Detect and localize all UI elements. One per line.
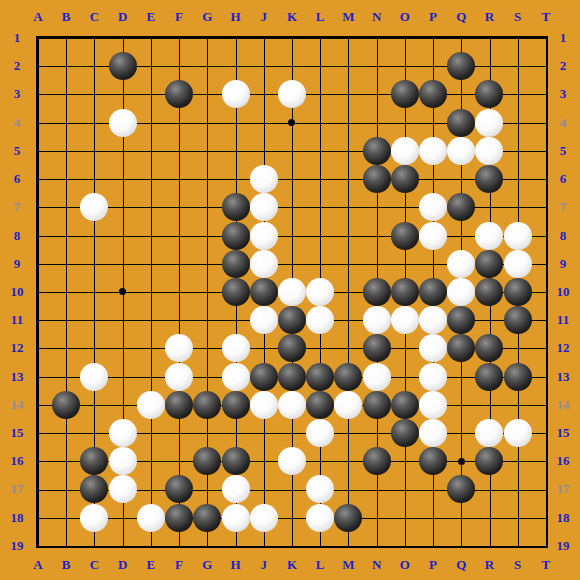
intersection-l18[interactable]: [306, 504, 334, 532]
intersection-j7[interactable]: [250, 193, 278, 221]
intersection-b1[interactable]: [52, 24, 80, 52]
intersection-j14[interactable]: [250, 391, 278, 419]
intersection-l8[interactable]: [306, 221, 334, 249]
intersection-k3[interactable]: [278, 80, 306, 108]
intersection-h18[interactable]: [221, 504, 249, 532]
intersection-g7[interactable]: [193, 193, 221, 221]
intersection-o12[interactable]: [391, 334, 419, 362]
intersection-r7[interactable]: [475, 193, 503, 221]
intersection-m9[interactable]: [334, 250, 362, 278]
intersection-d14[interactable]: [109, 391, 137, 419]
intersection-f14[interactable]: [165, 391, 193, 419]
intersection-o5[interactable]: [391, 137, 419, 165]
intersection-m14[interactable]: [334, 391, 362, 419]
intersection-d2[interactable]: [109, 52, 137, 80]
intersection-e15[interactable]: [137, 419, 165, 447]
intersection-q18[interactable]: [447, 504, 475, 532]
intersection-t1[interactable]: [532, 24, 560, 52]
intersection-e8[interactable]: [137, 221, 165, 249]
intersection-h11[interactable]: [221, 306, 249, 334]
intersection-r13[interactable]: [475, 363, 503, 391]
intersection-f13[interactable]: [165, 363, 193, 391]
intersection-t9[interactable]: [532, 250, 560, 278]
intersection-c11[interactable]: [80, 306, 108, 334]
intersection-d3[interactable]: [109, 80, 137, 108]
intersection-j5[interactable]: [250, 137, 278, 165]
intersection-t17[interactable]: [532, 475, 560, 503]
intersection-q19[interactable]: [447, 532, 475, 560]
intersection-f19[interactable]: [165, 532, 193, 560]
intersection-q15[interactable]: [447, 419, 475, 447]
intersection-m15[interactable]: [334, 419, 362, 447]
intersection-k18[interactable]: [278, 504, 306, 532]
intersection-c3[interactable]: [80, 80, 108, 108]
intersection-h1[interactable]: [221, 24, 249, 52]
intersection-n6[interactable]: [363, 165, 391, 193]
intersection-n16[interactable]: [363, 447, 391, 475]
intersection-t6[interactable]: [532, 165, 560, 193]
intersection-s15[interactable]: [504, 419, 532, 447]
intersection-q14[interactable]: [447, 391, 475, 419]
intersection-t14[interactable]: [532, 391, 560, 419]
intersection-g9[interactable]: [193, 250, 221, 278]
intersection-e1[interactable]: [137, 24, 165, 52]
intersection-q9[interactable]: [447, 250, 475, 278]
intersection-g17[interactable]: [193, 475, 221, 503]
intersection-h10[interactable]: [221, 278, 249, 306]
intersection-l3[interactable]: [306, 80, 334, 108]
intersection-a4[interactable]: [24, 109, 52, 137]
intersection-n15[interactable]: [363, 419, 391, 447]
intersection-r17[interactable]: [475, 475, 503, 503]
intersection-s6[interactable]: [504, 165, 532, 193]
intersection-g16[interactable]: [193, 447, 221, 475]
intersection-k11[interactable]: [278, 306, 306, 334]
intersection-j19[interactable]: [250, 532, 278, 560]
intersection-d18[interactable]: [109, 504, 137, 532]
intersection-c10[interactable]: [80, 278, 108, 306]
intersection-a1[interactable]: [24, 24, 52, 52]
intersection-l1[interactable]: [306, 24, 334, 52]
intersection-d16[interactable]: [109, 447, 137, 475]
intersection-e10[interactable]: [137, 278, 165, 306]
intersection-b4[interactable]: [52, 109, 80, 137]
intersection-n7[interactable]: [363, 193, 391, 221]
intersection-t2[interactable]: [532, 52, 560, 80]
intersection-l9[interactable]: [306, 250, 334, 278]
intersection-p13[interactable]: [419, 363, 447, 391]
intersection-k6[interactable]: [278, 165, 306, 193]
intersection-b13[interactable]: [52, 363, 80, 391]
intersection-d10[interactable]: [109, 278, 137, 306]
intersection-f8[interactable]: [165, 221, 193, 249]
intersection-l17[interactable]: [306, 475, 334, 503]
intersection-o11[interactable]: [391, 306, 419, 334]
intersection-p10[interactable]: [419, 278, 447, 306]
intersection-a15[interactable]: [24, 419, 52, 447]
intersection-k17[interactable]: [278, 475, 306, 503]
intersection-o9[interactable]: [391, 250, 419, 278]
intersection-a7[interactable]: [24, 193, 52, 221]
intersection-p5[interactable]: [419, 137, 447, 165]
intersection-j4[interactable]: [250, 109, 278, 137]
intersection-q16[interactable]: [447, 447, 475, 475]
intersection-j16[interactable]: [250, 447, 278, 475]
intersection-k5[interactable]: [278, 137, 306, 165]
intersection-n9[interactable]: [363, 250, 391, 278]
intersection-h14[interactable]: [221, 391, 249, 419]
intersection-s12[interactable]: [504, 334, 532, 362]
intersection-r19[interactable]: [475, 532, 503, 560]
intersection-o16[interactable]: [391, 447, 419, 475]
intersection-a5[interactable]: [24, 137, 52, 165]
intersection-e7[interactable]: [137, 193, 165, 221]
intersection-h13[interactable]: [221, 363, 249, 391]
intersection-q4[interactable]: [447, 109, 475, 137]
intersection-f18[interactable]: [165, 504, 193, 532]
intersection-n5[interactable]: [363, 137, 391, 165]
intersection-q8[interactable]: [447, 221, 475, 249]
intersection-b6[interactable]: [52, 165, 80, 193]
intersection-n4[interactable]: [363, 109, 391, 137]
intersection-n17[interactable]: [363, 475, 391, 503]
intersection-k7[interactable]: [278, 193, 306, 221]
intersection-f12[interactable]: [165, 334, 193, 362]
intersection-d5[interactable]: [109, 137, 137, 165]
intersection-h16[interactable]: [221, 447, 249, 475]
intersection-l16[interactable]: [306, 447, 334, 475]
intersection-c15[interactable]: [80, 419, 108, 447]
intersection-h15[interactable]: [221, 419, 249, 447]
intersection-m6[interactable]: [334, 165, 362, 193]
intersection-o3[interactable]: [391, 80, 419, 108]
intersection-l5[interactable]: [306, 137, 334, 165]
intersection-h8[interactable]: [221, 221, 249, 249]
intersection-n18[interactable]: [363, 504, 391, 532]
intersection-m4[interactable]: [334, 109, 362, 137]
intersection-l14[interactable]: [306, 391, 334, 419]
intersection-m5[interactable]: [334, 137, 362, 165]
intersection-a11[interactable]: [24, 306, 52, 334]
intersection-l7[interactable]: [306, 193, 334, 221]
intersection-b12[interactable]: [52, 334, 80, 362]
intersection-p12[interactable]: [419, 334, 447, 362]
intersection-l6[interactable]: [306, 165, 334, 193]
intersection-p1[interactable]: [419, 24, 447, 52]
intersection-k13[interactable]: [278, 363, 306, 391]
intersection-j17[interactable]: [250, 475, 278, 503]
intersection-s2[interactable]: [504, 52, 532, 80]
intersection-p7[interactable]: [419, 193, 447, 221]
intersection-b5[interactable]: [52, 137, 80, 165]
intersection-p18[interactable]: [419, 504, 447, 532]
intersection-h12[interactable]: [221, 334, 249, 362]
intersection-a14[interactable]: [24, 391, 52, 419]
intersection-p6[interactable]: [419, 165, 447, 193]
intersection-n19[interactable]: [363, 532, 391, 560]
intersection-g2[interactable]: [193, 52, 221, 80]
intersection-o1[interactable]: [391, 24, 419, 52]
intersection-f4[interactable]: [165, 109, 193, 137]
intersection-p17[interactable]: [419, 475, 447, 503]
intersection-e2[interactable]: [137, 52, 165, 80]
intersection-a2[interactable]: [24, 52, 52, 80]
intersection-p3[interactable]: [419, 80, 447, 108]
intersection-d4[interactable]: [109, 109, 137, 137]
intersection-h2[interactable]: [221, 52, 249, 80]
intersection-q5[interactable]: [447, 137, 475, 165]
intersection-s16[interactable]: [504, 447, 532, 475]
go-board[interactable]: ABCDEFGHJKLMNOPQRST ABCDEFGHJKLMNOPQRST …: [0, 0, 580, 580]
intersection-q17[interactable]: [447, 475, 475, 503]
intersection-f1[interactable]: [165, 24, 193, 52]
intersection-t10[interactable]: [532, 278, 560, 306]
intersection-b2[interactable]: [52, 52, 80, 80]
intersection-f16[interactable]: [165, 447, 193, 475]
intersection-g10[interactable]: [193, 278, 221, 306]
intersection-o8[interactable]: [391, 221, 419, 249]
intersection-r6[interactable]: [475, 165, 503, 193]
intersection-g14[interactable]: [193, 391, 221, 419]
intersection-a6[interactable]: [24, 165, 52, 193]
intersection-j11[interactable]: [250, 306, 278, 334]
intersection-r3[interactable]: [475, 80, 503, 108]
intersection-s1[interactable]: [504, 24, 532, 52]
intersection-d12[interactable]: [109, 334, 137, 362]
intersection-o17[interactable]: [391, 475, 419, 503]
intersection-s5[interactable]: [504, 137, 532, 165]
intersection-j6[interactable]: [250, 165, 278, 193]
intersection-d17[interactable]: [109, 475, 137, 503]
intersection-g18[interactable]: [193, 504, 221, 532]
intersection-r9[interactable]: [475, 250, 503, 278]
intersection-p16[interactable]: [419, 447, 447, 475]
intersection-m10[interactable]: [334, 278, 362, 306]
intersection-o13[interactable]: [391, 363, 419, 391]
intersection-t4[interactable]: [532, 109, 560, 137]
intersection-o4[interactable]: [391, 109, 419, 137]
intersection-n10[interactable]: [363, 278, 391, 306]
intersection-h9[interactable]: [221, 250, 249, 278]
intersection-q6[interactable]: [447, 165, 475, 193]
intersection-r11[interactable]: [475, 306, 503, 334]
intersection-c18[interactable]: [80, 504, 108, 532]
intersection-a3[interactable]: [24, 80, 52, 108]
intersection-g6[interactable]: [193, 165, 221, 193]
intersection-p8[interactable]: [419, 221, 447, 249]
intersection-e14[interactable]: [137, 391, 165, 419]
intersection-g15[interactable]: [193, 419, 221, 447]
intersection-r18[interactable]: [475, 504, 503, 532]
intersection-l10[interactable]: [306, 278, 334, 306]
intersection-h4[interactable]: [221, 109, 249, 137]
intersection-c1[interactable]: [80, 24, 108, 52]
intersection-j18[interactable]: [250, 504, 278, 532]
intersection-p19[interactable]: [419, 532, 447, 560]
intersection-c5[interactable]: [80, 137, 108, 165]
intersection-d11[interactable]: [109, 306, 137, 334]
intersection-s14[interactable]: [504, 391, 532, 419]
intersection-h19[interactable]: [221, 532, 249, 560]
intersection-n12[interactable]: [363, 334, 391, 362]
intersection-t11[interactable]: [532, 306, 560, 334]
intersection-h3[interactable]: [221, 80, 249, 108]
intersection-e13[interactable]: [137, 363, 165, 391]
intersection-t5[interactable]: [532, 137, 560, 165]
intersection-t15[interactable]: [532, 419, 560, 447]
intersection-b19[interactable]: [52, 532, 80, 560]
intersection-j2[interactable]: [250, 52, 278, 80]
intersection-b9[interactable]: [52, 250, 80, 278]
intersection-r10[interactable]: [475, 278, 503, 306]
intersection-a10[interactable]: [24, 278, 52, 306]
intersection-f9[interactable]: [165, 250, 193, 278]
intersection-m1[interactable]: [334, 24, 362, 52]
intersection-k16[interactable]: [278, 447, 306, 475]
intersection-o18[interactable]: [391, 504, 419, 532]
intersection-s9[interactable]: [504, 250, 532, 278]
intersection-p15[interactable]: [419, 419, 447, 447]
intersection-k8[interactable]: [278, 221, 306, 249]
intersection-o7[interactable]: [391, 193, 419, 221]
intersection-k15[interactable]: [278, 419, 306, 447]
intersection-m18[interactable]: [334, 504, 362, 532]
intersection-j13[interactable]: [250, 363, 278, 391]
intersection-e19[interactable]: [137, 532, 165, 560]
intersection-j1[interactable]: [250, 24, 278, 52]
intersection-l19[interactable]: [306, 532, 334, 560]
intersection-r5[interactable]: [475, 137, 503, 165]
intersection-n2[interactable]: [363, 52, 391, 80]
intersection-q3[interactable]: [447, 80, 475, 108]
intersection-o10[interactable]: [391, 278, 419, 306]
intersection-k19[interactable]: [278, 532, 306, 560]
intersection-k2[interactable]: [278, 52, 306, 80]
intersection-e17[interactable]: [137, 475, 165, 503]
intersection-j12[interactable]: [250, 334, 278, 362]
intersection-q13[interactable]: [447, 363, 475, 391]
intersection-c6[interactable]: [80, 165, 108, 193]
intersection-j3[interactable]: [250, 80, 278, 108]
intersection-d13[interactable]: [109, 363, 137, 391]
intersection-f3[interactable]: [165, 80, 193, 108]
intersection-t16[interactable]: [532, 447, 560, 475]
intersection-q12[interactable]: [447, 334, 475, 362]
intersection-m12[interactable]: [334, 334, 362, 362]
intersection-h6[interactable]: [221, 165, 249, 193]
intersection-a16[interactable]: [24, 447, 52, 475]
intersection-q11[interactable]: [447, 306, 475, 334]
intersection-q1[interactable]: [447, 24, 475, 52]
intersection-r15[interactable]: [475, 419, 503, 447]
intersection-g11[interactable]: [193, 306, 221, 334]
intersection-n8[interactable]: [363, 221, 391, 249]
intersection-j10[interactable]: [250, 278, 278, 306]
intersection-s13[interactable]: [504, 363, 532, 391]
intersection-j8[interactable]: [250, 221, 278, 249]
intersection-t19[interactable]: [532, 532, 560, 560]
intersection-m3[interactable]: [334, 80, 362, 108]
intersection-n3[interactable]: [363, 80, 391, 108]
intersection-e9[interactable]: [137, 250, 165, 278]
intersection-n13[interactable]: [363, 363, 391, 391]
intersection-r12[interactable]: [475, 334, 503, 362]
intersection-s19[interactable]: [504, 532, 532, 560]
intersection-d9[interactable]: [109, 250, 137, 278]
intersection-t7[interactable]: [532, 193, 560, 221]
intersection-b17[interactable]: [52, 475, 80, 503]
intersection-s3[interactable]: [504, 80, 532, 108]
intersection-d1[interactable]: [109, 24, 137, 52]
intersection-l13[interactable]: [306, 363, 334, 391]
intersection-b15[interactable]: [52, 419, 80, 447]
intersection-c8[interactable]: [80, 221, 108, 249]
intersection-k14[interactable]: [278, 391, 306, 419]
intersection-t18[interactable]: [532, 504, 560, 532]
intersection-d7[interactable]: [109, 193, 137, 221]
intersection-j9[interactable]: [250, 250, 278, 278]
intersection-e11[interactable]: [137, 306, 165, 334]
intersection-e4[interactable]: [137, 109, 165, 137]
intersection-l2[interactable]: [306, 52, 334, 80]
intersection-m17[interactable]: [334, 475, 362, 503]
intersection-p11[interactable]: [419, 306, 447, 334]
intersection-g1[interactable]: [193, 24, 221, 52]
intersection-a19[interactable]: [24, 532, 52, 560]
intersection-o15[interactable]: [391, 419, 419, 447]
intersection-r16[interactable]: [475, 447, 503, 475]
intersection-h5[interactable]: [221, 137, 249, 165]
intersection-b7[interactable]: [52, 193, 80, 221]
intersection-m19[interactable]: [334, 532, 362, 560]
intersection-l4[interactable]: [306, 109, 334, 137]
intersection-f11[interactable]: [165, 306, 193, 334]
intersection-f15[interactable]: [165, 419, 193, 447]
intersection-b8[interactable]: [52, 221, 80, 249]
intersection-q2[interactable]: [447, 52, 475, 80]
intersection-a17[interactable]: [24, 475, 52, 503]
intersection-c7[interactable]: [80, 193, 108, 221]
intersection-m2[interactable]: [334, 52, 362, 80]
intersection-g12[interactable]: [193, 334, 221, 362]
intersection-b16[interactable]: [52, 447, 80, 475]
intersection-s11[interactable]: [504, 306, 532, 334]
intersection-q10[interactable]: [447, 278, 475, 306]
intersection-b14[interactable]: [52, 391, 80, 419]
intersection-b10[interactable]: [52, 278, 80, 306]
intersection-c13[interactable]: [80, 363, 108, 391]
intersection-h7[interactable]: [221, 193, 249, 221]
intersection-a12[interactable]: [24, 334, 52, 362]
intersection-c2[interactable]: [80, 52, 108, 80]
intersection-o2[interactable]: [391, 52, 419, 80]
intersection-e6[interactable]: [137, 165, 165, 193]
intersection-s17[interactable]: [504, 475, 532, 503]
intersection-e12[interactable]: [137, 334, 165, 362]
intersection-m13[interactable]: [334, 363, 362, 391]
intersection-g8[interactable]: [193, 221, 221, 249]
intersection-j15[interactable]: [250, 419, 278, 447]
intersection-p2[interactable]: [419, 52, 447, 80]
intersection-g5[interactable]: [193, 137, 221, 165]
intersection-e16[interactable]: [137, 447, 165, 475]
intersection-f2[interactable]: [165, 52, 193, 80]
intersection-k9[interactable]: [278, 250, 306, 278]
intersection-l12[interactable]: [306, 334, 334, 362]
intersection-s18[interactable]: [504, 504, 532, 532]
intersection-a8[interactable]: [24, 221, 52, 249]
intersection-c12[interactable]: [80, 334, 108, 362]
